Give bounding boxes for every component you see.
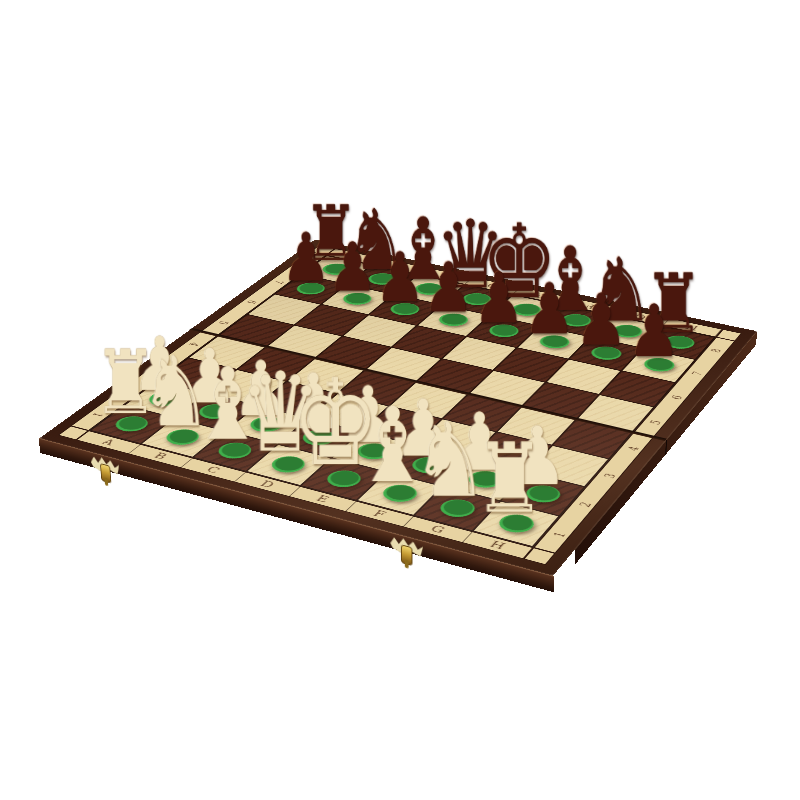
black-pawn-icon: ♟: [575, 285, 628, 356]
black-pawn-icon: ♟: [473, 264, 525, 334]
latch-hook-icon: [405, 559, 409, 568]
black-pawn-icon: ♟: [423, 254, 474, 323]
latch-hook-icon: [104, 477, 108, 486]
latch-buckle-icon: [401, 544, 413, 566]
black-pawn-icon: ♟: [375, 244, 426, 312]
black-pawn-icon: ♟: [523, 274, 575, 344]
black-pawn-icon: ♟: [281, 224, 331, 291]
brass-latch: [390, 533, 423, 574]
chess-board: ABCDEFGH ABCDEFGH 87654321 87654321 ♜♞♝♛…: [40, 240, 757, 576]
white-rook-icon: ♜: [474, 431, 545, 527]
fold-seam-notch: [665, 439, 667, 456]
latch-wings-icon: [90, 454, 120, 476]
latch-buckle-icon: [100, 463, 111, 484]
board-top-face: ABCDEFGH ABCDEFGH 87654321 87654321 ♜♞♝♛…: [40, 240, 757, 576]
black-pawn-icon: ♟: [327, 234, 377, 301]
brass-latch: [90, 453, 121, 491]
black-pawn-icon: ♟: [628, 296, 682, 368]
product-photo-scene: ABCDEFGH ABCDEFGH 87654321 87654321 ♜♞♝♛…: [0, 0, 800, 800]
